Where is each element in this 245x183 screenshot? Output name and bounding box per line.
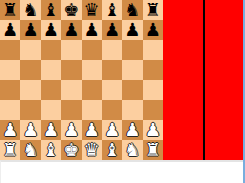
square-f3[interactable] [41, 100, 61, 120]
chess-board[interactable]: ♜♞♝♚♛♝♞♜♟♟♟♟♟♟♟♟♟♟♟♟♟♟♟♟♜♞♝♚♛♝♞♜ [0, 0, 163, 160]
square-c2[interactable]: ♟ [102, 120, 122, 140]
square-c6[interactable] [102, 40, 122, 60]
black-rook[interactable]: ♜ [145, 1, 161, 19]
square-a3[interactable] [143, 100, 163, 120]
white-pawn[interactable]: ♟ [84, 121, 100, 139]
window-edge-highlight [243, 0, 245, 183]
square-h7[interactable]: ♟ [0, 20, 20, 40]
status-bar [0, 160, 243, 183]
white-knight[interactable]: ♞ [124, 141, 140, 159]
square-a2[interactable]: ♟ [143, 120, 163, 140]
square-d5[interactable] [82, 60, 102, 80]
black-pawn[interactable]: ♟ [145, 21, 161, 39]
square-e4[interactable] [61, 80, 81, 100]
square-e7[interactable]: ♟ [61, 20, 81, 40]
square-c3[interactable] [102, 100, 122, 120]
white-king[interactable]: ♚ [63, 141, 79, 159]
white-rook[interactable]: ♜ [2, 141, 18, 159]
white-pawn[interactable]: ♟ [145, 121, 161, 139]
black-pawn[interactable]: ♟ [63, 21, 79, 39]
white-rook[interactable]: ♜ [145, 141, 161, 159]
black-pawn[interactable]: ♟ [43, 21, 59, 39]
square-d6[interactable] [82, 40, 102, 60]
square-a1[interactable]: ♜ [143, 140, 163, 160]
square-e1[interactable]: ♚ [61, 140, 81, 160]
square-h2[interactable]: ♟ [0, 120, 20, 140]
white-bishop[interactable]: ♝ [104, 141, 120, 159]
square-c8[interactable]: ♝ [102, 0, 122, 20]
square-f2[interactable]: ♟ [41, 120, 61, 140]
square-g6[interactable] [20, 40, 40, 60]
square-f6[interactable] [41, 40, 61, 60]
square-e3[interactable] [61, 100, 81, 120]
square-d1[interactable]: ♛ [82, 140, 102, 160]
black-queen[interactable]: ♛ [84, 1, 100, 19]
square-a4[interactable] [143, 80, 163, 100]
square-g1[interactable]: ♞ [20, 140, 40, 160]
square-b3[interactable] [122, 100, 142, 120]
square-f8[interactable]: ♝ [41, 0, 61, 20]
black-pawn[interactable]: ♟ [84, 21, 100, 39]
square-h6[interactable] [0, 40, 20, 60]
square-c5[interactable] [102, 60, 122, 80]
square-h3[interactable] [0, 100, 20, 120]
square-c4[interactable] [102, 80, 122, 100]
square-d7[interactable]: ♟ [82, 20, 102, 40]
square-d3[interactable] [82, 100, 102, 120]
white-pawn[interactable]: ♟ [63, 121, 79, 139]
square-e6[interactable] [61, 40, 81, 60]
square-f5[interactable] [41, 60, 61, 80]
white-bishop[interactable]: ♝ [43, 141, 59, 159]
square-g5[interactable] [20, 60, 40, 80]
square-g4[interactable] [20, 80, 40, 100]
square-h8[interactable]: ♜ [0, 0, 20, 20]
square-a6[interactable] [143, 40, 163, 60]
square-g7[interactable]: ♟ [20, 20, 40, 40]
square-h5[interactable] [0, 60, 20, 80]
square-b4[interactable] [122, 80, 142, 100]
red-panel-left [163, 0, 203, 160]
square-b7[interactable]: ♟ [122, 20, 142, 40]
square-b5[interactable] [122, 60, 142, 80]
white-knight[interactable]: ♞ [22, 141, 38, 159]
square-b8[interactable]: ♞ [122, 0, 142, 20]
square-f4[interactable] [41, 80, 61, 100]
white-pawn[interactable]: ♟ [2, 121, 18, 139]
square-h4[interactable] [0, 80, 20, 100]
square-h1[interactable]: ♜ [0, 140, 20, 160]
square-g8[interactable]: ♞ [20, 0, 40, 20]
white-pawn[interactable]: ♟ [22, 121, 38, 139]
black-king[interactable]: ♚ [63, 1, 79, 19]
square-a7[interactable]: ♟ [143, 20, 163, 40]
square-e2[interactable]: ♟ [61, 120, 81, 140]
square-e5[interactable] [61, 60, 81, 80]
square-g3[interactable] [20, 100, 40, 120]
red-panel-right [205, 0, 243, 160]
square-d8[interactable]: ♛ [82, 0, 102, 20]
square-b6[interactable] [122, 40, 142, 60]
square-c1[interactable]: ♝ [102, 140, 122, 160]
white-pawn[interactable]: ♟ [104, 121, 120, 139]
black-pawn[interactable]: ♟ [104, 21, 120, 39]
square-a8[interactable]: ♜ [143, 0, 163, 20]
square-c7[interactable]: ♟ [102, 20, 122, 40]
square-e8[interactable]: ♚ [61, 0, 81, 20]
black-pawn[interactable]: ♟ [2, 21, 18, 39]
black-pawn[interactable]: ♟ [124, 21, 140, 39]
chess-application-window: ♜♞♝♚♛♝♞♜♟♟♟♟♟♟♟♟♟♟♟♟♟♟♟♟♜♞♝♚♛♝♞♜ [0, 0, 245, 183]
square-d2[interactable]: ♟ [82, 120, 102, 140]
square-f1[interactable]: ♝ [41, 140, 61, 160]
black-knight[interactable]: ♞ [22, 1, 38, 19]
black-bishop[interactable]: ♝ [43, 1, 59, 19]
black-knight[interactable]: ♞ [124, 1, 140, 19]
square-d4[interactable] [82, 80, 102, 100]
square-b1[interactable]: ♞ [122, 140, 142, 160]
square-f7[interactable]: ♟ [41, 20, 61, 40]
square-g2[interactable]: ♟ [20, 120, 40, 140]
white-pawn[interactable]: ♟ [124, 121, 140, 139]
white-queen[interactable]: ♛ [84, 141, 100, 159]
black-rook[interactable]: ♜ [2, 1, 18, 19]
square-b2[interactable]: ♟ [122, 120, 142, 140]
black-pawn[interactable]: ♟ [22, 21, 38, 39]
black-bishop[interactable]: ♝ [104, 1, 120, 19]
white-pawn[interactable]: ♟ [43, 121, 59, 139]
square-a5[interactable] [143, 60, 163, 80]
